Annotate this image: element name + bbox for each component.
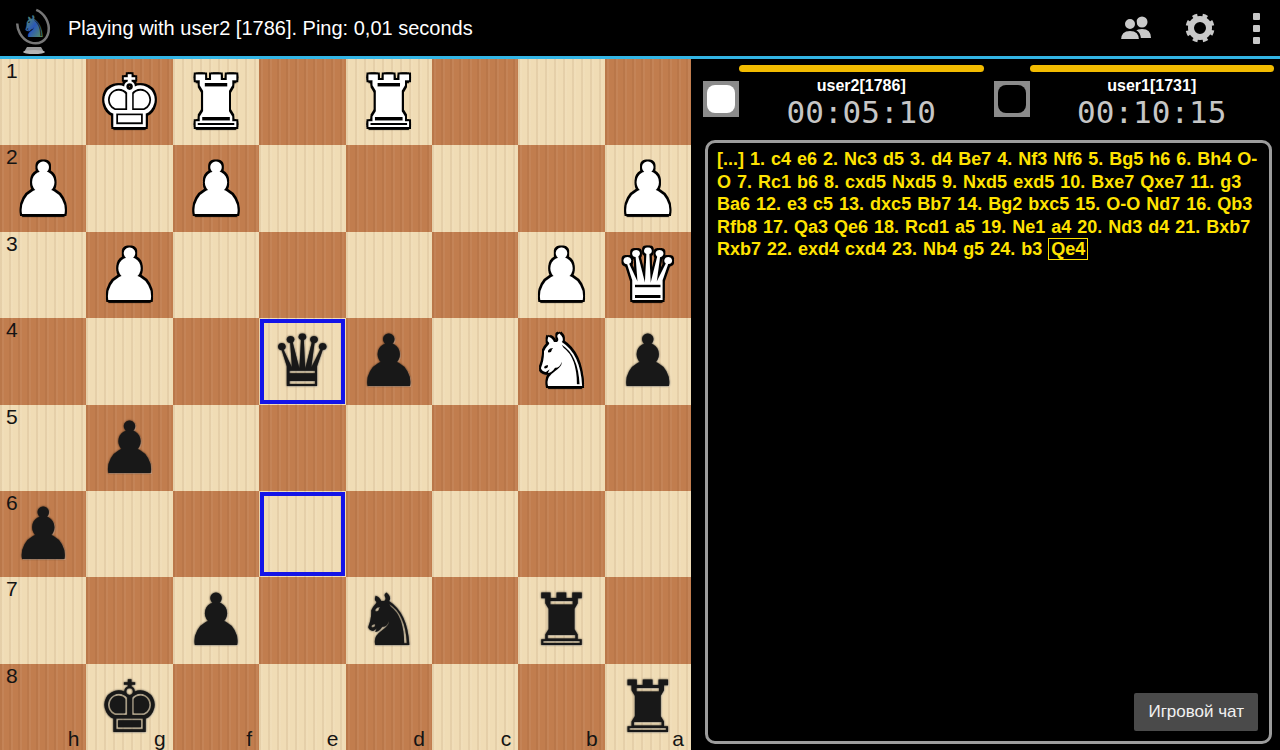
players-header: user2[1786] 00:05:10 user1[1731] 00:10:1… bbox=[699, 62, 1280, 140]
square-f6[interactable] bbox=[173, 491, 259, 577]
rank-label-7: 7 bbox=[6, 577, 18, 601]
file-label-c: c bbox=[501, 728, 512, 750]
square-a8[interactable]: a♜ bbox=[605, 664, 691, 750]
black-time-bar bbox=[1030, 65, 1275, 72]
piece-black-rook-b7: ♜ bbox=[529, 577, 594, 663]
piece-black-rook-a8: ♜ bbox=[616, 664, 681, 750]
square-c4[interactable] bbox=[432, 318, 518, 404]
piece-white-pawn-h2: ♟ bbox=[11, 146, 76, 232]
piece-white-pawn-f2: ♟ bbox=[184, 146, 249, 232]
file-label-b: b bbox=[586, 728, 598, 750]
square-d1[interactable]: ♜ bbox=[346, 59, 432, 145]
square-h2[interactable]: 2♟ bbox=[0, 145, 86, 231]
square-c8[interactable]: c bbox=[432, 664, 518, 750]
square-f3[interactable] bbox=[173, 232, 259, 318]
piece-black-knight-d7: ♞ bbox=[356, 577, 421, 663]
game-chat-button[interactable]: Игровой чат bbox=[1134, 693, 1258, 731]
square-f7[interactable]: ♟ bbox=[173, 577, 259, 663]
square-d6[interactable] bbox=[346, 491, 432, 577]
square-d7[interactable]: ♞ bbox=[346, 577, 432, 663]
square-b6[interactable] bbox=[518, 491, 604, 577]
piece-black-pawn-a4: ♟ bbox=[616, 318, 681, 404]
svg-text:♞: ♞ bbox=[21, 9, 48, 44]
black-player-name: user1[1731] bbox=[1030, 77, 1275, 95]
players-icon bbox=[1118, 14, 1154, 42]
square-a1[interactable] bbox=[605, 59, 691, 145]
square-a6[interactable] bbox=[605, 491, 691, 577]
move-list-body: 1. c4 e6 2. Nc3 d5 3. d4 Be7 4. Nf3 Nf6 … bbox=[717, 149, 1257, 259]
square-c6[interactable] bbox=[432, 491, 518, 577]
square-e7[interactable] bbox=[259, 577, 345, 663]
settings-gear-icon bbox=[1183, 11, 1217, 45]
square-c7[interactable] bbox=[432, 577, 518, 663]
square-b8[interactable]: b bbox=[518, 664, 604, 750]
square-c1[interactable] bbox=[432, 59, 518, 145]
chess-board: 1♚♜♜2♟♟♟3♟♟♛4♛♟♞♟5♟6♟7♟♞♜8hg♚fedcba♜ bbox=[0, 59, 691, 750]
square-a3[interactable]: ♛ bbox=[605, 232, 691, 318]
square-b2[interactable] bbox=[518, 145, 604, 231]
file-label-e: e bbox=[327, 728, 339, 750]
piece-white-pawn-g3: ♟ bbox=[97, 232, 162, 318]
piece-black-queen-e4: ♛ bbox=[270, 318, 335, 404]
piece-white-queen-a3: ♛ bbox=[616, 232, 681, 318]
square-a2[interactable]: ♟ bbox=[605, 145, 691, 231]
square-f4[interactable] bbox=[173, 318, 259, 404]
move-list-panel[interactable]: [...] 1. c4 e6 2. Nc3 d5 3. d4 Be7 4. Nf… bbox=[705, 140, 1272, 744]
piece-black-pawn-f7: ♟ bbox=[184, 577, 249, 663]
black-side-icon bbox=[994, 81, 1030, 117]
rank-label-6: 6 bbox=[6, 491, 18, 515]
square-h1[interactable]: 1 bbox=[0, 59, 86, 145]
square-c3[interactable] bbox=[432, 232, 518, 318]
rank-label-2: 2 bbox=[6, 145, 18, 169]
square-g3[interactable]: ♟ bbox=[86, 232, 172, 318]
square-g1[interactable]: ♚ bbox=[86, 59, 172, 145]
square-g2[interactable] bbox=[86, 145, 172, 231]
square-g5[interactable]: ♟ bbox=[86, 405, 172, 491]
square-g7[interactable] bbox=[86, 577, 172, 663]
square-b4[interactable]: ♞ bbox=[518, 318, 604, 404]
square-g8[interactable]: g♚ bbox=[86, 664, 172, 750]
square-a7[interactable] bbox=[605, 577, 691, 663]
square-e3[interactable] bbox=[259, 232, 345, 318]
square-b1[interactable] bbox=[518, 59, 604, 145]
app-window: ♞ Playing with user2 [1786]. Ping: 0,01 … bbox=[0, 0, 1280, 750]
square-e6[interactable] bbox=[259, 491, 345, 577]
piece-white-knight-b4: ♞ bbox=[529, 318, 594, 404]
player-card-white: user2[1786] 00:05:10 bbox=[699, 62, 990, 140]
square-e2[interactable] bbox=[259, 145, 345, 231]
piece-black-pawn-d4: ♟ bbox=[356, 318, 421, 404]
move-list: [...] 1. c4 e6 2. Nc3 d5 3. d4 Be7 4. Nf… bbox=[717, 148, 1260, 261]
piece-white-rook-f1: ♜ bbox=[184, 59, 249, 145]
file-label-d: d bbox=[413, 728, 425, 750]
square-g6[interactable] bbox=[86, 491, 172, 577]
white-time-bar bbox=[739, 65, 984, 72]
piece-black-king-g8: ♚ bbox=[97, 664, 162, 750]
square-h8[interactable]: 8h bbox=[0, 664, 86, 750]
square-h7[interactable]: 7 bbox=[0, 577, 86, 663]
square-b5[interactable] bbox=[518, 405, 604, 491]
square-e4[interactable]: ♛ bbox=[259, 318, 345, 404]
square-b3[interactable]: ♟ bbox=[518, 232, 604, 318]
square-a5[interactable] bbox=[605, 405, 691, 491]
rank-label-8: 8 bbox=[6, 664, 18, 688]
window-title: Playing with user2 [1786]. Ping: 0,01 se… bbox=[68, 17, 473, 40]
square-h6[interactable]: 6♟ bbox=[0, 491, 86, 577]
last-move-highlight: Qe4 bbox=[1048, 238, 1088, 260]
square-b7[interactable]: ♜ bbox=[518, 577, 604, 663]
knight-globe-logo-icon[interactable]: ♞ bbox=[13, 4, 55, 54]
square-c2[interactable] bbox=[432, 145, 518, 231]
file-label-g: g bbox=[154, 728, 166, 750]
square-h3[interactable]: 3 bbox=[0, 232, 86, 318]
piece-white-king-g1: ♚ bbox=[97, 59, 162, 145]
file-label-f: f bbox=[246, 728, 252, 750]
white-player-name: user2[1786] bbox=[739, 77, 984, 95]
rank-label-3: 3 bbox=[6, 232, 18, 256]
piece-white-pawn-a2: ♟ bbox=[616, 146, 681, 232]
player-card-black: user1[1731] 00:10:15 bbox=[990, 62, 1280, 140]
overflow-menu-icon bbox=[1253, 13, 1260, 44]
piece-white-rook-d1: ♜ bbox=[356, 59, 421, 145]
settings-button[interactable] bbox=[1168, 0, 1232, 56]
square-f5[interactable] bbox=[173, 405, 259, 491]
square-d3[interactable] bbox=[346, 232, 432, 318]
square-f8[interactable]: f bbox=[173, 664, 259, 750]
players-button[interactable] bbox=[1104, 0, 1168, 56]
white-side-icon bbox=[703, 81, 739, 117]
move-highlight-e6 bbox=[260, 492, 344, 576]
rank-label-1: 1 bbox=[6, 59, 18, 83]
piece-black-pawn-h6: ♟ bbox=[11, 491, 76, 577]
overflow-menu-button[interactable] bbox=[1232, 0, 1280, 56]
square-h5[interactable]: 5 bbox=[0, 405, 86, 491]
piece-white-pawn-b3: ♟ bbox=[529, 232, 594, 318]
piece-black-pawn-g5: ♟ bbox=[97, 405, 162, 491]
file-label-h: h bbox=[68, 728, 80, 750]
rank-label-5: 5 bbox=[6, 405, 18, 429]
move-list-prefix: [...] bbox=[717, 149, 744, 169]
square-e5[interactable] bbox=[259, 405, 345, 491]
square-d5[interactable] bbox=[346, 405, 432, 491]
square-a4[interactable]: ♟ bbox=[605, 318, 691, 404]
square-c5[interactable] bbox=[432, 405, 518, 491]
square-f2[interactable]: ♟ bbox=[173, 145, 259, 231]
square-d8[interactable]: d bbox=[346, 664, 432, 750]
black-player-clock: 00:10:15 bbox=[1030, 96, 1275, 128]
square-e8[interactable]: e bbox=[259, 664, 345, 750]
square-g4[interactable] bbox=[86, 318, 172, 404]
square-f1[interactable]: ♜ bbox=[173, 59, 259, 145]
square-d4[interactable]: ♟ bbox=[346, 318, 432, 404]
file-label-a: a bbox=[672, 728, 684, 750]
rank-label-4: 4 bbox=[6, 318, 18, 342]
square-e1[interactable] bbox=[259, 59, 345, 145]
white-player-clock: 00:05:10 bbox=[739, 96, 984, 128]
square-d2[interactable] bbox=[346, 145, 432, 231]
square-h4[interactable]: 4 bbox=[0, 318, 86, 404]
action-bar: ♞ Playing with user2 [1786]. Ping: 0,01 … bbox=[0, 0, 1280, 56]
